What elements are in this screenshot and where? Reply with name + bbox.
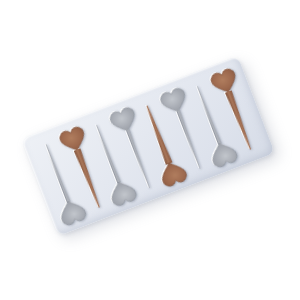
product-photo [0,0,300,300]
silicone-mold-tray [21,56,275,236]
cavity-row [30,63,265,228]
